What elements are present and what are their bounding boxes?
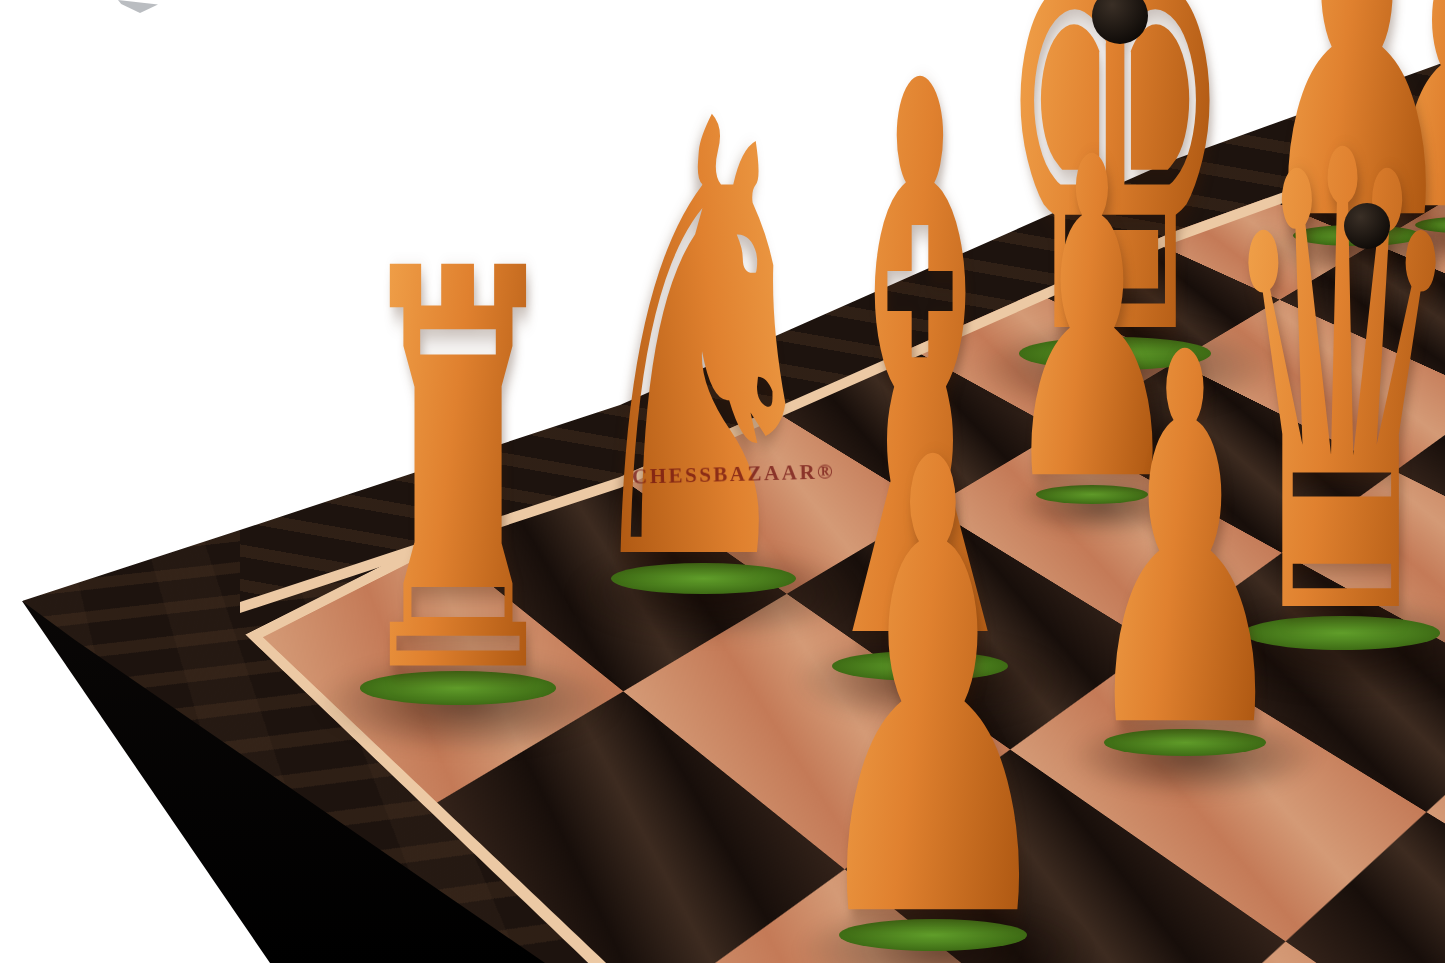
finial-ball: [1344, 203, 1390, 249]
photo-stage: ♟♟♚♟♞♛♝♜♟♟ CHESSBAZAAR®: [0, 0, 1445, 963]
piece-glyph-pawn: ♟: [804, 380, 1062, 963]
piece-glyph-pawn: ♟: [1080, 289, 1290, 799]
corner-artifact: [118, 0, 158, 13]
piece-glyph-rook: ♜: [350, 200, 567, 750]
